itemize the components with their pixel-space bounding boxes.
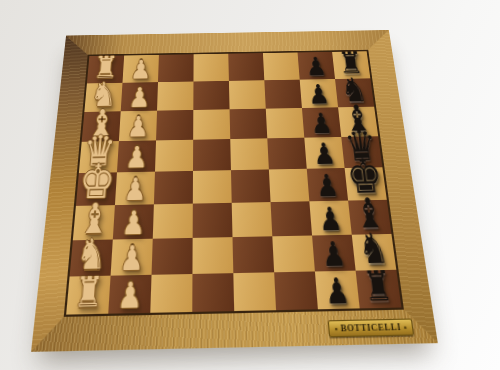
- photo-background: ♜♟♟♜♞♟♟♞♝♟♟♝♛♟♟♛♚♟♟♚♝♟♟♝♞♟♟♞♜♟♟♜ BOTTICE…: [0, 0, 500, 370]
- piece-black-pawn-h7[interactable]: ♟: [323, 273, 351, 309]
- chessboard: ♜♟♟♜♞♟♟♞♝♟♟♝♛♟♟♛♚♟♟♚♝♟♟♝♞♟♟♞♜♟♟♜ BOTTICE…: [31, 30, 438, 352]
- square-c3[interactable]: [156, 110, 193, 140]
- square-g3[interactable]: [152, 238, 193, 275]
- piece-white-pawn-a2[interactable]: ♟: [130, 57, 152, 83]
- square-c4[interactable]: [193, 109, 230, 139]
- square-a4[interactable]: [193, 54, 228, 82]
- piece-black-pawn-b7[interactable]: ♟: [307, 81, 331, 108]
- square-f5[interactable]: [232, 202, 273, 237]
- square-h5[interactable]: [233, 272, 276, 311]
- square-f2[interactable]: ♟: [113, 204, 154, 239]
- board-grid: ♜♟♟♜♞♟♟♞♝♟♟♝♛♟♟♛♚♟♟♚♝♟♟♝♞♟♟♞♜♟♟♜: [64, 50, 404, 317]
- square-e3[interactable]: [154, 171, 193, 204]
- piece-black-pawn-f7[interactable]: ♟: [317, 203, 343, 236]
- brand-plaque: BOTTICELLI: [328, 318, 415, 337]
- square-b5[interactable]: [229, 80, 266, 109]
- square-b3[interactable]: [157, 82, 193, 111]
- square-c2[interactable]: ♟: [119, 111, 157, 141]
- piece-black-pawn-c7[interactable]: ♟: [309, 109, 333, 137]
- square-e2[interactable]: ♟: [115, 172, 155, 205]
- piece-white-pawn-h2[interactable]: ♟: [117, 277, 143, 313]
- square-d3[interactable]: [155, 140, 193, 172]
- square-e5[interactable]: [231, 169, 271, 202]
- square-h6[interactable]: [274, 271, 318, 310]
- square-f7[interactable]: ♟: [309, 201, 351, 236]
- piece-black-pawn-d7[interactable]: ♟: [312, 139, 337, 169]
- square-a5[interactable]: [228, 53, 264, 81]
- square-d4[interactable]: [193, 139, 231, 171]
- plaque-text: BOTTICELLI: [340, 322, 402, 334]
- piece-white-pawn-f2[interactable]: ♟: [121, 206, 146, 239]
- piece-black-rook-h8[interactable]: ♜: [362, 266, 395, 308]
- square-f4[interactable]: [193, 203, 233, 238]
- piece-white-pawn-e2[interactable]: ♟: [123, 174, 147, 205]
- square-h2[interactable]: ♟: [108, 275, 151, 314]
- piece-white-pawn-g2[interactable]: ♟: [119, 241, 145, 276]
- square-h1[interactable]: ♜: [66, 276, 110, 315]
- square-d6[interactable]: [267, 138, 306, 170]
- plaque-screw-right-icon: [404, 326, 407, 328]
- square-f6[interactable]: [271, 201, 313, 236]
- square-d5[interactable]: [230, 138, 269, 170]
- square-g7[interactable]: ♟: [312, 235, 356, 272]
- plaque-screw-left-icon: [335, 327, 337, 329]
- square-e4[interactable]: [193, 170, 232, 203]
- square-g5[interactable]: [232, 236, 274, 273]
- square-a3[interactable]: [158, 54, 194, 82]
- square-a6[interactable]: [263, 52, 300, 80]
- square-c5[interactable]: [230, 109, 268, 139]
- square-h7[interactable]: ♟: [315, 271, 360, 310]
- square-a7[interactable]: ♟: [298, 52, 335, 80]
- square-b2[interactable]: ♟: [121, 82, 158, 111]
- square-c7[interactable]: ♟: [302, 107, 341, 137]
- square-h8[interactable]: ♜: [356, 270, 402, 309]
- square-g6[interactable]: [272, 236, 315, 273]
- square-g4[interactable]: [192, 237, 233, 274]
- piece-white-pawn-c2[interactable]: ♟: [127, 112, 150, 141]
- square-h3[interactable]: [150, 274, 192, 313]
- piece-white-rook-h1[interactable]: ♜: [73, 272, 105, 314]
- square-e7[interactable]: ♟: [307, 168, 348, 201]
- square-h4[interactable]: [192, 273, 234, 312]
- piece-black-pawn-g7[interactable]: ♟: [320, 237, 347, 271]
- square-d7[interactable]: ♟: [304, 137, 344, 169]
- piece-black-pawn-e7[interactable]: ♟: [315, 170, 340, 201]
- square-a2[interactable]: ♟: [122, 55, 158, 83]
- square-g2[interactable]: ♟: [111, 239, 153, 276]
- square-b7[interactable]: ♟: [300, 79, 338, 108]
- square-c6[interactable]: [266, 108, 305, 138]
- piece-white-pawn-b2[interactable]: ♟: [128, 84, 150, 111]
- square-b4[interactable]: [193, 81, 229, 110]
- square-f3[interactable]: [153, 204, 193, 239]
- square-b6[interactable]: [264, 80, 302, 109]
- square-d2[interactable]: ♟: [117, 140, 156, 172]
- square-e6[interactable]: [269, 169, 309, 202]
- piece-black-pawn-a7[interactable]: ♟: [305, 54, 328, 80]
- piece-white-pawn-d2[interactable]: ♟: [125, 142, 149, 172]
